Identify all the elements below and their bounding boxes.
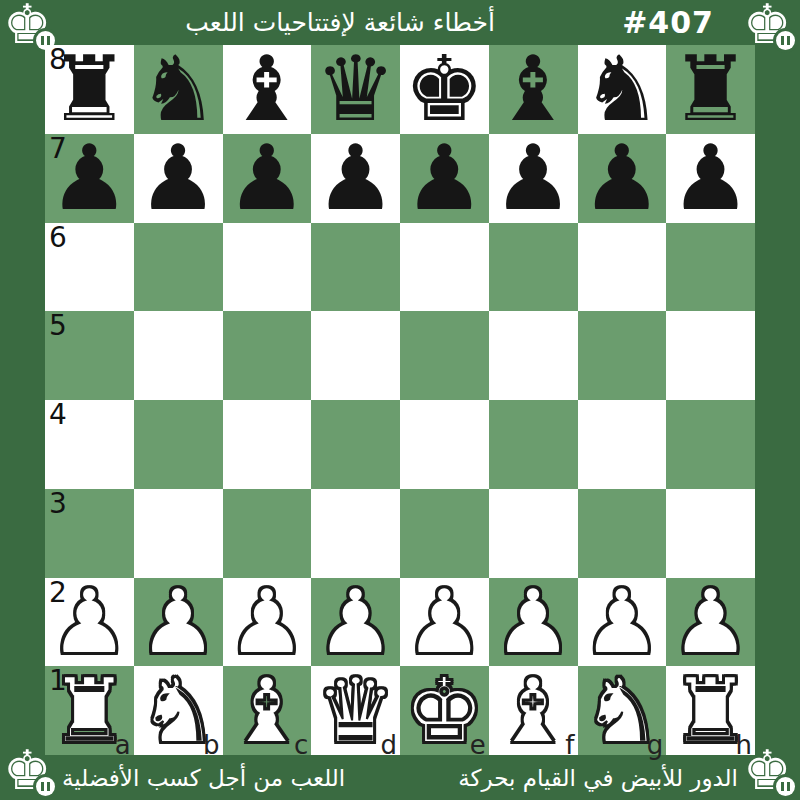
- piece-black-knight: ♞: [582, 45, 663, 133]
- bottom-bar: اللعب من أجل كسب الأفضلية الدور للأبيض ف…: [0, 755, 800, 800]
- rank-label-7: 7: [49, 135, 67, 163]
- square-d2[interactable]: ♟: [311, 578, 400, 667]
- square-h6[interactable]: [666, 223, 755, 312]
- square-f6[interactable]: [489, 223, 578, 312]
- square-h7[interactable]: ♟: [666, 134, 755, 223]
- square-g8[interactable]: ♞: [578, 45, 667, 134]
- square-b7[interactable]: ♟: [134, 134, 223, 223]
- square-b3[interactable]: [134, 489, 223, 578]
- square-a5[interactable]: 5: [45, 311, 134, 400]
- square-a4[interactable]: 4: [45, 400, 134, 489]
- square-d8[interactable]: ♛: [311, 45, 400, 134]
- square-e3[interactable]: [400, 489, 489, 578]
- piece-black-queen: ♛: [315, 45, 396, 133]
- square-f8[interactable]: ♝: [489, 45, 578, 134]
- piece-black-rook: ♜: [670, 45, 751, 133]
- square-e1[interactable]: ♚e: [400, 666, 489, 755]
- square-d6[interactable]: [311, 223, 400, 312]
- chess-board: ♜8♞♝♛♚♝♞♜♟7♟♟♟♟♟♟♟6543♟2♟♟♟♟♟♟♟♜1a♞b♝c♛d…: [45, 45, 755, 755]
- square-c6[interactable]: [223, 223, 312, 312]
- square-c3[interactable]: [223, 489, 312, 578]
- piece-black-pawn: ♟: [493, 134, 574, 222]
- square-c2[interactable]: ♟: [223, 578, 312, 667]
- square-e5[interactable]: [400, 311, 489, 400]
- square-d5[interactable]: [311, 311, 400, 400]
- rank-label-8: 8: [49, 46, 67, 74]
- square-f3[interactable]: [489, 489, 578, 578]
- square-b6[interactable]: [134, 223, 223, 312]
- square-b1[interactable]: ♞b: [134, 666, 223, 755]
- square-h8[interactable]: ♜: [666, 45, 755, 134]
- square-f1[interactable]: ♝f: [489, 666, 578, 755]
- square-d3[interactable]: [311, 489, 400, 578]
- square-h4[interactable]: [666, 400, 755, 489]
- rank-label-2: 2: [49, 579, 67, 607]
- piece-white-pawn: ♟: [227, 578, 308, 666]
- square-g7[interactable]: ♟: [578, 134, 667, 223]
- piece-white-pawn: ♟: [582, 578, 663, 666]
- piece-white-bishop: ♝: [493, 667, 574, 755]
- square-f2[interactable]: ♟: [489, 578, 578, 667]
- app-frame: أخطاء شائعة لإفتتاحيات اللعب #407 ♚ ♚ ♚ …: [0, 0, 800, 800]
- piece-black-king: ♚: [404, 45, 485, 133]
- piece-black-pawn: ♟: [404, 134, 485, 222]
- square-b5[interactable]: [134, 311, 223, 400]
- square-c5[interactable]: [223, 311, 312, 400]
- rank-label-4: 4: [49, 401, 67, 429]
- square-d7[interactable]: ♟: [311, 134, 400, 223]
- piece-black-pawn: ♟: [138, 134, 219, 222]
- square-g1[interactable]: ♞g: [578, 666, 667, 755]
- square-g3[interactable]: [578, 489, 667, 578]
- square-a6[interactable]: 6: [45, 223, 134, 312]
- square-g5[interactable]: [578, 311, 667, 400]
- square-a3[interactable]: 3: [45, 489, 134, 578]
- square-e4[interactable]: [400, 400, 489, 489]
- square-f7[interactable]: ♟: [489, 134, 578, 223]
- square-f5[interactable]: [489, 311, 578, 400]
- square-b8[interactable]: ♞: [134, 45, 223, 134]
- square-f4[interactable]: [489, 400, 578, 489]
- square-d1[interactable]: ♛d: [311, 666, 400, 755]
- piece-black-pawn: ♟: [315, 134, 396, 222]
- square-c8[interactable]: ♝: [223, 45, 312, 134]
- piece-white-pawn: ♟: [493, 578, 574, 666]
- square-e2[interactable]: ♟: [400, 578, 489, 667]
- square-c4[interactable]: [223, 400, 312, 489]
- piece-black-knight: ♞: [138, 45, 219, 133]
- piece-black-pawn: ♟: [670, 134, 751, 222]
- square-h5[interactable]: [666, 311, 755, 400]
- square-c7[interactable]: ♟: [223, 134, 312, 223]
- square-a2[interactable]: ♟2: [45, 578, 134, 667]
- square-d4[interactable]: [311, 400, 400, 489]
- square-e7[interactable]: ♟: [400, 134, 489, 223]
- piece-white-pawn: ♟: [315, 578, 396, 666]
- square-a8[interactable]: ♜8: [45, 45, 134, 134]
- square-e8[interactable]: ♚: [400, 45, 489, 134]
- rank-label-1: 1: [49, 667, 67, 695]
- square-b4[interactable]: [134, 400, 223, 489]
- piece-white-pawn: ♟: [138, 578, 219, 666]
- puzzle-number: #407: [622, 5, 714, 40]
- square-h2[interactable]: ♟: [666, 578, 755, 667]
- piece-white-pawn: ♟: [670, 578, 751, 666]
- rank-label-6: 6: [49, 224, 67, 252]
- square-c1[interactable]: ♝c: [223, 666, 312, 755]
- square-e6[interactable]: [400, 223, 489, 312]
- status-right: الدور للأبيض في القيام بحركة: [458, 765, 738, 791]
- square-a7[interactable]: ♟7: [45, 134, 134, 223]
- piece-black-bishop: ♝: [227, 45, 308, 133]
- piece-black-bishop: ♝: [493, 45, 574, 133]
- square-h3[interactable]: [666, 489, 755, 578]
- square-b2[interactable]: ♟: [134, 578, 223, 667]
- rank-label-5: 5: [49, 312, 67, 340]
- square-h1[interactable]: ♜h: [666, 666, 755, 755]
- square-g6[interactable]: [578, 223, 667, 312]
- square-a1[interactable]: ♜1a: [45, 666, 134, 755]
- rank-label-3: 3: [49, 490, 67, 518]
- piece-black-pawn: ♟: [582, 134, 663, 222]
- piece-black-pawn: ♟: [227, 134, 308, 222]
- piece-white-pawn: ♟: [404, 578, 485, 666]
- square-g2[interactable]: ♟: [578, 578, 667, 667]
- status-left: اللعب من أجل كسب الأفضلية: [62, 765, 345, 791]
- square-g4[interactable]: [578, 400, 667, 489]
